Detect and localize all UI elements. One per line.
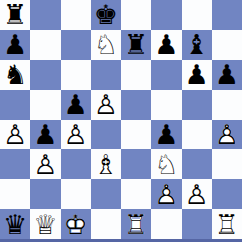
square-h8[interactable]	[212, 0, 242, 30]
square-f1[interactable]	[151, 209, 181, 239]
square-g5[interactable]	[182, 90, 212, 120]
piece-white-bishop[interactable]: ♝♗	[91, 149, 121, 179]
piece-white-pawn[interactable]: ♟♙	[91, 90, 121, 120]
square-g1[interactable]	[182, 209, 212, 239]
square-c7[interactable]	[61, 30, 91, 60]
square-c1[interactable]: ♚♔	[61, 209, 91, 239]
piece-white-rook[interactable]: ♜♖	[121, 209, 151, 239]
pawn-glyph-outline: ♙	[30, 149, 60, 179]
square-e6[interactable]	[121, 60, 151, 90]
pawn-glyph-fill: ♟	[182, 60, 212, 90]
square-b2[interactable]	[30, 179, 60, 209]
square-h6[interactable]: ♟	[212, 60, 242, 90]
square-e4[interactable]	[121, 120, 151, 150]
square-a8[interactable]: ♜	[0, 0, 30, 30]
queen-glyph-fill: ♛	[0, 209, 30, 239]
king-glyph-outline: ♔	[61, 209, 91, 239]
square-a3[interactable]	[0, 149, 30, 179]
piece-white-pawn[interactable]: ♟♙	[151, 179, 181, 209]
queen-glyph-outline: ♕	[30, 209, 60, 239]
square-b8[interactable]	[30, 0, 60, 30]
piece-black-pawn[interactable]: ♟	[61, 90, 91, 120]
pawn-glyph-outline: ♙	[212, 120, 242, 150]
square-d4[interactable]	[91, 120, 121, 150]
square-a7[interactable]: ♟	[0, 30, 30, 60]
piece-black-rook[interactable]: ♜	[0, 0, 30, 30]
square-c3[interactable]	[61, 149, 91, 179]
piece-white-king[interactable]: ♚♔	[61, 209, 91, 239]
square-a1[interactable]: ♛	[0, 209, 30, 239]
piece-white-knight[interactable]: ♞♘	[91, 30, 121, 60]
square-d3[interactable]: ♝♗	[91, 149, 121, 179]
square-a2[interactable]	[0, 179, 30, 209]
piece-white-knight[interactable]: ♞♘	[151, 149, 181, 179]
pawn-glyph-fill: ♟	[61, 90, 91, 120]
square-b4[interactable]: ♟	[30, 120, 60, 150]
pawn-glyph-fill: ♟	[30, 120, 60, 150]
piece-black-queen[interactable]: ♛	[0, 209, 30, 239]
square-h3[interactable]	[212, 149, 242, 179]
square-g4[interactable]	[182, 120, 212, 150]
piece-black-pawn[interactable]: ♟	[151, 120, 181, 150]
square-e7[interactable]: ♜	[121, 30, 151, 60]
rook-glyph-fill: ♜	[121, 30, 151, 60]
square-f2[interactable]: ♟♙	[151, 179, 181, 209]
pawn-glyph-outline: ♙	[61, 120, 91, 150]
square-e8[interactable]	[121, 0, 151, 30]
square-c5[interactable]: ♟	[61, 90, 91, 120]
square-c4[interactable]: ♟♙	[61, 120, 91, 150]
square-h7[interactable]	[212, 30, 242, 60]
pawn-glyph-fill: ♟	[151, 120, 181, 150]
piece-black-king[interactable]: ♚	[91, 0, 121, 30]
piece-white-pawn[interactable]: ♟♙	[182, 179, 212, 209]
square-f5[interactable]	[151, 90, 181, 120]
rook-glyph-fill: ♜	[0, 0, 30, 30]
square-g6[interactable]: ♟	[182, 60, 212, 90]
square-b6[interactable]	[30, 60, 60, 90]
piece-black-pawn[interactable]: ♟	[212, 60, 242, 90]
pawn-glyph-fill: ♟	[151, 30, 181, 60]
square-h2[interactable]	[212, 179, 242, 209]
piece-black-pawn[interactable]: ♟	[182, 60, 212, 90]
square-g2[interactable]: ♟♙	[182, 179, 212, 209]
square-d5[interactable]: ♟♙	[91, 90, 121, 120]
pawn-glyph-outline: ♙	[0, 120, 30, 150]
square-f8[interactable]	[151, 0, 181, 30]
bishop-glyph-fill: ♝	[182, 30, 212, 60]
piece-black-rook[interactable]: ♜	[121, 30, 151, 60]
square-f6[interactable]	[151, 60, 181, 90]
square-b3[interactable]: ♟♙	[30, 149, 60, 179]
square-g7[interactable]: ♝	[182, 30, 212, 60]
pawn-glyph-outline: ♙	[182, 179, 212, 209]
pawn-glyph-fill: ♟	[212, 60, 242, 90]
square-e1[interactable]: ♜♖	[121, 209, 151, 239]
square-d8[interactable]: ♚	[91, 0, 121, 30]
bishop-glyph-outline: ♗	[91, 149, 121, 179]
square-d6[interactable]	[91, 60, 121, 90]
knight-glyph-outline: ♘	[151, 149, 181, 179]
square-e5[interactable]	[121, 90, 151, 120]
square-h1[interactable]: ♜♖	[212, 209, 242, 239]
knight-glyph-outline: ♘	[91, 30, 121, 60]
pawn-glyph-fill: ♟	[0, 30, 30, 60]
square-b7[interactable]	[30, 30, 60, 60]
square-a4[interactable]: ♟♙	[0, 120, 30, 150]
pawn-glyph-outline: ♙	[151, 179, 181, 209]
piece-white-pawn[interactable]: ♟♙	[30, 149, 60, 179]
square-f4[interactable]: ♟	[151, 120, 181, 150]
square-f3[interactable]: ♞♘	[151, 149, 181, 179]
square-c8[interactable]	[61, 0, 91, 30]
piece-black-bishop[interactable]: ♝	[182, 30, 212, 60]
piece-white-pawn[interactable]: ♟♙	[212, 120, 242, 150]
square-g3[interactable]	[182, 149, 212, 179]
square-h4[interactable]: ♟♙	[212, 120, 242, 150]
piece-black-pawn[interactable]: ♟	[30, 120, 60, 150]
piece-black-pawn[interactable]: ♟	[0, 30, 30, 60]
rook-glyph-outline: ♖	[121, 209, 151, 239]
piece-white-queen[interactable]: ♛♕	[30, 209, 60, 239]
rook-glyph-outline: ♖	[212, 209, 242, 239]
square-g8[interactable]	[182, 0, 212, 30]
square-d1[interactable]	[91, 209, 121, 239]
square-b1[interactable]: ♛♕	[30, 209, 60, 239]
square-d2[interactable]	[91, 179, 121, 209]
piece-white-pawn[interactable]: ♟♙	[0, 120, 30, 150]
king-glyph-fill: ♚	[91, 0, 121, 30]
square-d7[interactable]: ♞♘	[91, 30, 121, 60]
piece-black-knight[interactable]: ♞	[0, 60, 30, 90]
square-a5[interactable]	[0, 90, 30, 120]
square-a6[interactable]: ♞	[0, 60, 30, 90]
square-e3[interactable]	[121, 149, 151, 179]
square-c6[interactable]	[61, 60, 91, 90]
chess-board: ♜♚♟♞♘♜♟♝♞♟♟♟♟♙♟♙♟♟♙♟♟♙♟♙♝♗♞♘♟♙♟♙♛♛♕♚♔♜♖♜…	[0, 0, 242, 239]
piece-black-pawn[interactable]: ♟	[151, 30, 181, 60]
square-e2[interactable]	[121, 179, 151, 209]
square-b5[interactable]	[30, 90, 60, 120]
square-c2[interactable]	[61, 179, 91, 209]
piece-white-rook[interactable]: ♜♖	[212, 209, 242, 239]
square-f7[interactable]: ♟	[151, 30, 181, 60]
piece-white-pawn[interactable]: ♟♙	[61, 120, 91, 150]
knight-glyph-fill: ♞	[0, 60, 30, 90]
square-h5[interactable]	[212, 90, 242, 120]
pawn-glyph-outline: ♙	[91, 90, 121, 120]
